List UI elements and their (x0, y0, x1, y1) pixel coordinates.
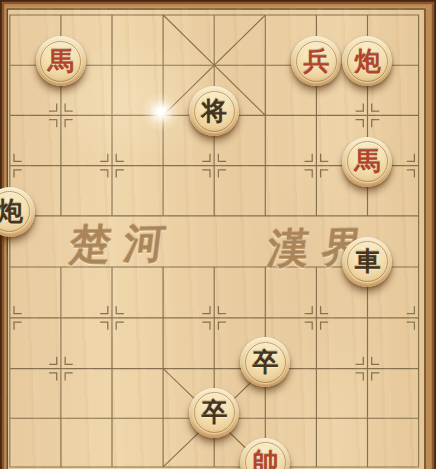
piece-glyph: 炮 (342, 36, 392, 86)
xiangqi-board: 楚河 漢界 ✦ 馬兵炮将馬炮車卒卒帥 (0, 0, 436, 469)
piece-red-general[interactable]: 帥 (240, 438, 290, 469)
piece-glyph: 炮 (0, 187, 35, 237)
piece-glyph: 将 (189, 86, 239, 136)
piece-red-horse[interactable]: 馬 (36, 36, 86, 86)
piece-glyph: 兵 (291, 36, 341, 86)
piece-glyph: 車 (342, 237, 392, 287)
piece-glyph: 卒 (240, 337, 290, 387)
piece-black-chariot[interactable]: 車 (342, 237, 392, 287)
piece-black-general[interactable]: 将 (189, 86, 239, 136)
piece-glyph: 帥 (240, 438, 290, 469)
piece-black-cannon[interactable]: 炮 (0, 187, 35, 237)
piece-black-soldier[interactable]: 卒 (189, 388, 239, 438)
piece-glyph: 卒 (189, 388, 239, 438)
piece-red-horse[interactable]: 馬 (342, 137, 392, 187)
piece-black-soldier[interactable]: 卒 (240, 337, 290, 387)
piece-glyph: 馬 (342, 137, 392, 187)
piece-red-soldier[interactable]: 兵 (291, 36, 341, 86)
piece-glyph: 馬 (36, 36, 86, 86)
piece-red-cannon[interactable]: 炮 (342, 36, 392, 86)
